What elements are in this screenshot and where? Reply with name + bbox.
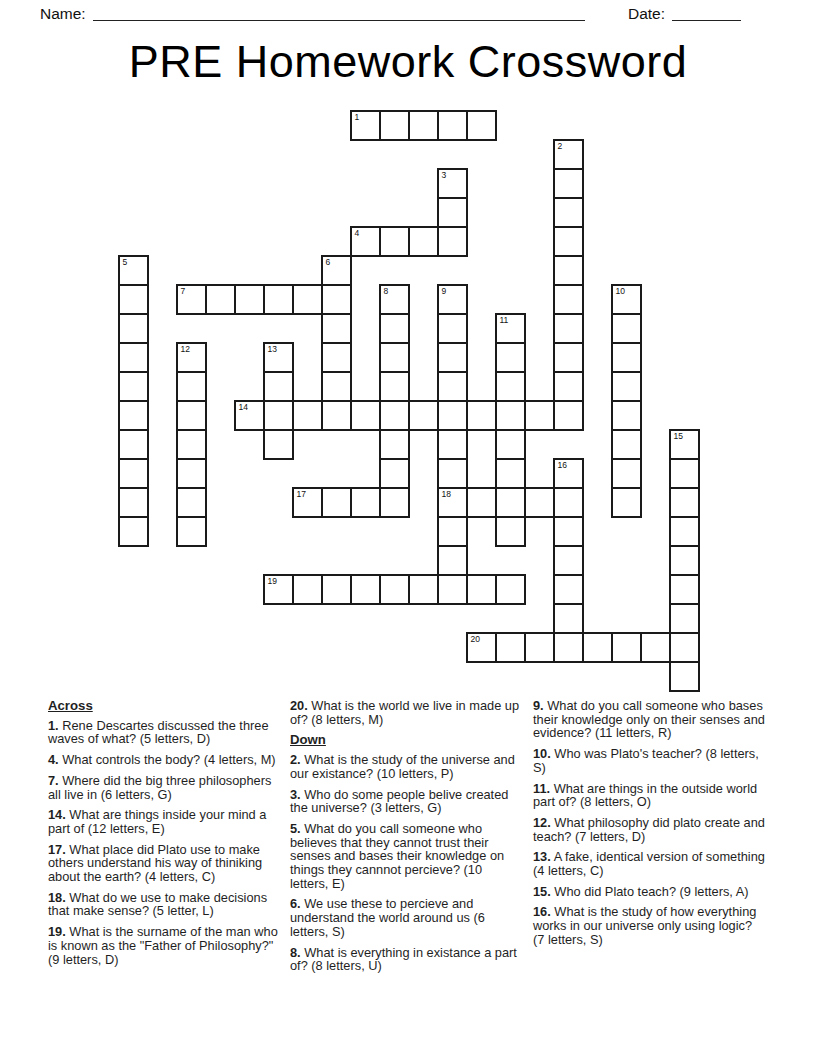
grid-cell[interactable]: [611, 487, 642, 518]
clue-number: 11.: [533, 781, 550, 796]
grid-cell[interactable]: [437, 313, 468, 344]
clue-item: 20. What is the world we live in made up…: [290, 699, 523, 726]
grid-cell[interactable]: [611, 342, 642, 373]
grid-cell[interactable]: [176, 458, 207, 489]
clue-number: 2.: [290, 752, 301, 767]
date-label: Date:: [628, 5, 665, 23]
cell-number: 1: [355, 112, 360, 122]
grid-cell[interactable]: [553, 400, 584, 431]
grid-cell[interactable]: [466, 574, 497, 605]
grid-cell[interactable]: [553, 197, 584, 228]
grid-cell[interactable]: [176, 400, 207, 431]
grid-cell[interactable]: [466, 400, 497, 431]
grid-cell[interactable]: [205, 284, 236, 315]
grid-cell[interactable]: [379, 371, 410, 402]
grid-cell[interactable]: [321, 400, 352, 431]
grid-cell[interactable]: [437, 458, 468, 489]
grid-cell[interactable]: 6: [321, 255, 352, 286]
grid-cell[interactable]: [611, 458, 642, 489]
grid-cell[interactable]: [553, 226, 584, 257]
clue-item: 3. Who do some people belive created the…: [290, 788, 523, 815]
clue-item: 4. What controls the body? (4 letters, M…: [48, 753, 283, 767]
cell-number: 3: [442, 170, 447, 180]
grid-cell[interactable]: [321, 342, 352, 373]
clue-item: 17. What place did Plato use to make oth…: [48, 843, 283, 884]
grid-cell[interactable]: [321, 371, 352, 402]
grid-cell[interactable]: [669, 458, 700, 489]
clue-number: 5.: [290, 821, 301, 836]
grid-cell[interactable]: [437, 197, 468, 228]
grid-cell[interactable]: 8: [379, 284, 410, 315]
grid-cell[interactable]: [669, 632, 700, 663]
grid-cell[interactable]: [553, 168, 584, 199]
grid-cell[interactable]: [553, 371, 584, 402]
grid-cell[interactable]: [408, 400, 439, 431]
grid-cell[interactable]: [553, 516, 584, 547]
clue-number: 14.: [48, 807, 66, 822]
grid-cell[interactable]: 12: [176, 342, 207, 373]
grid-cell[interactable]: [176, 429, 207, 460]
grid-cell[interactable]: [176, 371, 207, 402]
grid-cell[interactable]: [379, 574, 410, 605]
grid-cell[interactable]: [611, 429, 642, 460]
grid-cell[interactable]: [118, 400, 149, 431]
grid-cell[interactable]: [437, 342, 468, 373]
clues-section-header: Down: [290, 733, 523, 747]
clue-item: 14. What are things inside your mind a p…: [48, 808, 283, 835]
clue-number: 18.: [48, 890, 66, 905]
grid-cell[interactable]: [669, 661, 700, 692]
cell-number: 6: [326, 257, 331, 267]
grid-cell[interactable]: [437, 226, 468, 257]
grid-cell[interactable]: [379, 342, 410, 373]
grid-cell[interactable]: [495, 632, 526, 663]
grid-cell[interactable]: 19: [263, 574, 294, 605]
clue-number: 1.: [48, 718, 59, 733]
grid-cell[interactable]: [292, 400, 323, 431]
grid-cell[interactable]: [437, 110, 468, 141]
clue-item: 16. What is the study of how everything …: [533, 905, 766, 946]
grid-cell[interactable]: 10: [611, 284, 642, 315]
crossword-grid: 1234567891011121314151617181920: [118, 110, 700, 692]
grid-cell[interactable]: [118, 487, 149, 518]
cell-number: 2: [558, 141, 563, 151]
grid-cell[interactable]: [321, 284, 352, 315]
grid-cell[interactable]: 20: [466, 632, 497, 663]
grid-cell[interactable]: [263, 284, 294, 315]
grid-cell[interactable]: [553, 313, 584, 344]
grid-cell[interactable]: [611, 400, 642, 431]
grid-cell[interactable]: [408, 226, 439, 257]
grid-cell[interactable]: [292, 284, 323, 315]
grid-cell[interactable]: 15: [669, 429, 700, 460]
grid-cell[interactable]: [408, 110, 439, 141]
grid-cell[interactable]: [553, 574, 584, 605]
grid-cell[interactable]: [263, 400, 294, 431]
clue-number: 12.: [533, 815, 551, 830]
grid-cell[interactable]: [495, 342, 526, 373]
grid-cell[interactable]: [379, 400, 410, 431]
cell-number: 15: [674, 431, 683, 441]
grid-cell[interactable]: [118, 429, 149, 460]
grid-cell[interactable]: [176, 516, 207, 547]
cell-number: 9: [442, 286, 447, 296]
name-line[interactable]: [93, 20, 585, 21]
clue-number: 17.: [48, 842, 66, 857]
grid-cell[interactable]: 17: [292, 487, 323, 518]
grid-cell[interactable]: [524, 487, 555, 518]
grid-cell[interactable]: [118, 371, 149, 402]
page-title: PRE Homework Crossword: [0, 37, 816, 87]
cell-number: 16: [558, 460, 567, 470]
grid-cell[interactable]: 13: [263, 342, 294, 373]
clue-number: 19.: [48, 924, 66, 939]
cell-number: 8: [384, 286, 389, 296]
grid-cell[interactable]: [640, 632, 671, 663]
clue-item: 13. A fake, identical version of somethi…: [533, 850, 766, 877]
grid-cell[interactable]: 11: [495, 313, 526, 344]
grid-cell[interactable]: [118, 516, 149, 547]
grid-cell[interactable]: [321, 313, 352, 344]
grid-cell[interactable]: [495, 400, 526, 431]
clue-item: 2. What is the study of the universe and…: [290, 753, 523, 780]
clue-item: 6. We use these to percieve and understa…: [290, 897, 523, 938]
grid-cell[interactable]: [495, 429, 526, 460]
cell-number: 17: [297, 489, 306, 499]
grid-cell[interactable]: 3: [437, 168, 468, 199]
clue-number: 13.: [533, 849, 551, 864]
cell-number: 20: [471, 634, 480, 644]
grid-cell[interactable]: 4: [350, 226, 381, 257]
grid-cell[interactable]: [263, 429, 294, 460]
clue-item: 8. What is everything in existance a par…: [290, 946, 523, 973]
grid-cell[interactable]: [466, 110, 497, 141]
clue-item: 19. What is the surname of the man who i…: [48, 925, 283, 966]
clue-number: 9.: [533, 698, 544, 713]
grid-cell[interactable]: [118, 458, 149, 489]
grid-cell[interactable]: [379, 313, 410, 344]
grid-cell[interactable]: [553, 632, 584, 663]
clues-column-2: 20. What is the world we live in made up…: [290, 699, 523, 980]
grid-cell[interactable]: 7: [176, 284, 207, 315]
grid-cell[interactable]: [379, 226, 410, 257]
clue-number: 4.: [48, 752, 59, 767]
grid-cell[interactable]: [263, 371, 294, 402]
clue-number: 3.: [290, 787, 301, 802]
grid-cell[interactable]: [176, 487, 207, 518]
clue-number: 6.: [290, 896, 301, 911]
grid-cell[interactable]: [582, 632, 613, 663]
clue-number: 7.: [48, 773, 59, 788]
clue-item: 1. Rene Descartes discussed the three wa…: [48, 719, 283, 746]
cell-number: 10: [616, 286, 625, 296]
clues-section-header: Across: [48, 699, 283, 713]
grid-cell[interactable]: [524, 400, 555, 431]
grid-cell[interactable]: [524, 632, 555, 663]
grid-cell[interactable]: [495, 371, 526, 402]
grid-cell[interactable]: [350, 487, 381, 518]
grid-cell[interactable]: [669, 574, 700, 605]
grid-cell[interactable]: 18: [437, 487, 468, 518]
grid-cell[interactable]: [379, 110, 410, 141]
grid-cell[interactable]: [437, 429, 468, 460]
grid-cell[interactable]: [350, 574, 381, 605]
clue-item: 10. Who was Plato's teacher? (8 letters,…: [533, 747, 766, 774]
grid-cell[interactable]: [437, 545, 468, 576]
grid-cell[interactable]: [495, 458, 526, 489]
clues-column-1: Across1. Rene Descartes discussed the th…: [48, 699, 283, 973]
grid-cell[interactable]: [437, 371, 468, 402]
clue-item: 9. What do you call someone who bases th…: [533, 699, 766, 740]
grid-cell[interactable]: [611, 632, 642, 663]
cell-number: 5: [123, 257, 128, 267]
clues-column-3: 9. What do you call someone who bases th…: [533, 699, 766, 954]
grid-cell[interactable]: [669, 603, 700, 634]
clue-number: 10.: [533, 746, 551, 761]
cell-number: 14: [239, 402, 248, 412]
grid-cell[interactable]: 1: [350, 110, 381, 141]
grid-cell[interactable]: [669, 545, 700, 576]
worksheet-page: Name: Date: PRE Homework Crossword 12345…: [0, 0, 816, 1056]
grid-cell[interactable]: 5: [118, 255, 149, 286]
grid-cell[interactable]: [495, 574, 526, 605]
clue-item: 15. Who did Plato teach? (9 letters, A): [533, 885, 766, 899]
grid-cell[interactable]: [118, 284, 149, 315]
grid-cell[interactable]: [292, 574, 323, 605]
grid-cell[interactable]: 14: [234, 400, 265, 431]
grid-cell[interactable]: [321, 574, 352, 605]
grid-cell[interactable]: [437, 516, 468, 547]
clue-item: 18. What do we use to make decisions tha…: [48, 891, 283, 918]
grid-cell[interactable]: [553, 284, 584, 315]
grid-cell[interactable]: [437, 400, 468, 431]
cell-number: 12: [181, 344, 190, 354]
grid-cell[interactable]: [118, 313, 149, 344]
grid-cell[interactable]: [495, 516, 526, 547]
grid-cell[interactable]: 2: [553, 139, 584, 170]
clue-item: 11. What are things in the outside world…: [533, 782, 766, 809]
grid-cell[interactable]: [669, 487, 700, 518]
clue-number: 20.: [290, 698, 308, 713]
grid-cell[interactable]: [408, 574, 439, 605]
grid-cell[interactable]: [379, 458, 410, 489]
grid-cell[interactable]: [379, 429, 410, 460]
grid-cell[interactable]: [495, 487, 526, 518]
grid-cell[interactable]: 16: [553, 458, 584, 489]
cell-number: 4: [355, 228, 360, 238]
grid-cell[interactable]: [437, 574, 468, 605]
name-label: Name:: [40, 5, 86, 23]
cell-number: 19: [268, 576, 277, 586]
clue-number: 16.: [533, 904, 551, 919]
grid-cell[interactable]: [466, 487, 497, 518]
grid-cell[interactable]: [118, 342, 149, 373]
clue-item: 7. Where did the big three philosophers …: [48, 774, 283, 801]
grid-cell[interactable]: [611, 371, 642, 402]
grid-cell[interactable]: [553, 603, 584, 634]
date-line[interactable]: [672, 20, 741, 21]
grid-cell[interactable]: [350, 400, 381, 431]
grid-cell[interactable]: [553, 342, 584, 373]
cell-number: 7: [181, 286, 186, 296]
cell-number: 18: [442, 489, 451, 499]
clue-item: 5. What do you call someone who believes…: [290, 822, 523, 891]
clue-number: 8.: [290, 945, 301, 960]
grid-cell[interactable]: 9: [437, 284, 468, 315]
grid-cell[interactable]: [669, 516, 700, 547]
grid-cell[interactable]: [553, 545, 584, 576]
cell-number: 13: [268, 344, 277, 354]
grid-cell[interactable]: [553, 255, 584, 286]
grid-cell[interactable]: [553, 487, 584, 518]
grid-cell[interactable]: [379, 487, 410, 518]
name-date-row: Name: Date:: [40, 5, 741, 23]
grid-cell[interactable]: [611, 313, 642, 344]
cell-number: 11: [500, 315, 509, 325]
grid-cell[interactable]: [321, 487, 352, 518]
clue-item: 12. What philosophy did plato create and…: [533, 816, 766, 843]
clue-number: 15.: [533, 884, 551, 899]
grid-cell[interactable]: [234, 284, 265, 315]
